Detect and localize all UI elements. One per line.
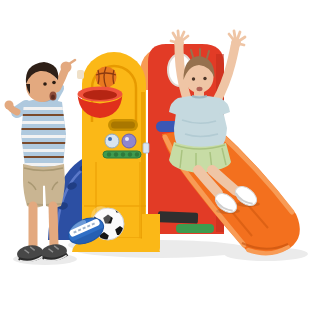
boy-left-hand	[5, 101, 14, 110]
scene-canvas	[0, 0, 320, 320]
shirt-stripe-white	[18, 149, 70, 152]
girl-shirt	[174, 96, 227, 150]
tower-decal	[77, 70, 84, 79]
shirt-stripe-brown	[18, 128, 70, 130]
side-decal	[143, 143, 149, 153]
boy-eye	[52, 81, 56, 85]
shirt-stripe-white	[18, 121, 70, 124]
product-photo	[0, 0, 320, 320]
basket-rim-inner	[83, 90, 117, 100]
boy-shirt-stripes	[18, 107, 70, 166]
girl-eye	[203, 77, 206, 80]
spinner-left	[105, 134, 119, 148]
boy-mouth-inner	[51, 95, 55, 100]
spinner-left-dot	[108, 137, 112, 141]
spinner-right-dot	[125, 137, 129, 141]
girl-mouth	[197, 87, 203, 91]
spinner-right	[122, 134, 136, 148]
base-dark-bar	[158, 211, 198, 223]
boy-pointing-finger	[69, 60, 75, 64]
abacus-bead	[121, 152, 125, 156]
abacus-bead	[107, 152, 111, 156]
girl-right-sleeve	[219, 98, 230, 116]
tower-front-leg	[142, 214, 160, 252]
abacus-bar	[103, 151, 141, 158]
girl-eye	[192, 77, 195, 80]
shirt-stripe-brown	[18, 142, 70, 144]
boy-right-leg	[53, 206, 54, 246]
abacus-bead	[114, 152, 118, 156]
basketball	[96, 67, 117, 88]
handle-slot-shadow	[111, 122, 135, 129]
shirt-stripe-brown	[18, 114, 70, 116]
base-green-strip	[176, 224, 214, 233]
shirt-stripe-white	[18, 107, 70, 110]
shirt-stripe-white	[18, 135, 70, 138]
abacus-bead	[128, 152, 132, 156]
boy-eye	[43, 82, 47, 86]
abacus-bead	[135, 152, 139, 156]
boy-raised-forearm	[57, 70, 65, 88]
girl-left-fingers	[171, 31, 188, 43]
shirt-stripe-brown	[18, 156, 70, 158]
